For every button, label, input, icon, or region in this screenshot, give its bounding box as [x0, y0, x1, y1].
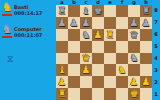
square-h6[interactable] [140, 29, 152, 41]
rank-label-5: 5 [152, 44, 160, 49]
player-clock-black: 000:11:07 [14, 32, 42, 38]
square-b2[interactable] [68, 76, 80, 88]
rank-label-2: 2 [152, 80, 160, 85]
square-g4[interactable]: ♞ [128, 53, 140, 65]
piece-black-N-c6: ♞ [82, 30, 91, 40]
square-e2[interactable] [104, 76, 116, 88]
square-g3[interactable] [128, 64, 140, 76]
piece-white-P-d6: ♟ [94, 30, 103, 40]
piece-black-P-c7: ♟ [82, 18, 91, 28]
square-g5[interactable] [128, 41, 140, 53]
square-a4[interactable] [56, 53, 68, 65]
square-d7[interactable] [92, 17, 104, 29]
square-c1[interactable] [80, 88, 92, 100]
square-e3[interactable] [104, 64, 116, 76]
square-a8[interactable]: ♜ [56, 5, 68, 17]
square-h1[interactable] [140, 88, 152, 100]
square-f1[interactable] [116, 88, 128, 100]
square-d5[interactable] [92, 41, 104, 53]
piece-black-K-d8: ♚ [94, 6, 103, 16]
piece-black-R-h8: ♜ [142, 6, 151, 16]
square-f6[interactable] [116, 29, 128, 41]
square-e6[interactable]: ♜ [104, 29, 116, 41]
piece-black-P-g7: ♟ [130, 18, 139, 28]
board[interactable]: ♜♝♚♜♟♟♟♟♟♞♟♜♛♛♞♝♟♞♟♟♟♜♚ [56, 5, 152, 100]
piece-black-P-b7: ♟ [70, 18, 79, 28]
square-b6[interactable] [68, 29, 80, 41]
square-f7[interactable] [116, 17, 128, 29]
square-e5[interactable] [104, 41, 116, 53]
square-f3[interactable]: ♞ [116, 64, 128, 76]
square-g2[interactable]: ♟ [128, 76, 140, 88]
square-f2[interactable] [116, 76, 128, 88]
square-a2[interactable]: ♟ [56, 76, 68, 88]
square-e7[interactable] [104, 17, 116, 29]
square-a1[interactable]: ♜ [56, 88, 68, 100]
square-g8[interactable] [128, 5, 140, 17]
square-b4[interactable] [68, 53, 80, 65]
square-e1[interactable] [104, 88, 116, 100]
square-d3[interactable] [92, 64, 104, 76]
rank-label-4: 4 [152, 56, 160, 61]
piece-white-P-h2: ♟ [142, 77, 151, 87]
square-h5[interactable] [140, 41, 152, 53]
rank-label-8: 8 [152, 8, 160, 13]
chess-game-screen: { "game": "chess", "position": { "fen": … [0, 0, 160, 100]
square-h7[interactable]: ♟ [140, 17, 152, 29]
square-c5[interactable] [80, 41, 92, 53]
rank-label-7: 7 [152, 20, 160, 25]
piece-black-P-a7: ♟ [58, 18, 67, 28]
rank-labels: 87654321 [152, 5, 160, 100]
square-c8[interactable]: ♝ [80, 5, 92, 17]
square-c3[interactable]: ♟ [80, 64, 92, 76]
square-c6[interactable]: ♞ [80, 29, 92, 41]
rank-label-1: 1 [152, 92, 160, 97]
rank-label-6: 6 [152, 32, 160, 37]
piece-black-Q-g6: ♛ [130, 30, 139, 40]
player-clock-white: 000:14:17 [14, 10, 42, 16]
piece-white-R-a1: ♜ [58, 89, 67, 99]
square-b8[interactable] [68, 5, 80, 17]
square-g7[interactable]: ♟ [128, 17, 140, 29]
square-a3[interactable]: ♝ [56, 64, 68, 76]
square-f8[interactable] [116, 5, 128, 17]
square-d8[interactable]: ♚ [92, 5, 104, 17]
hourglass-icon: ⧖ [7, 55, 13, 64]
square-g6[interactable]: ♛ [128, 29, 140, 41]
square-h2[interactable]: ♟ [140, 76, 152, 88]
piece-white-K-g1: ♚ [130, 89, 139, 99]
square-h3[interactable] [140, 64, 152, 76]
piece-white-B-a3: ♝ [58, 65, 67, 75]
piece-white-Q-c4: ♛ [82, 53, 91, 63]
square-b1[interactable] [68, 88, 80, 100]
player-panel-white: ♞ Basti 000:14:17 [1, 1, 42, 16]
square-f5[interactable] [116, 41, 128, 53]
piece-black-P-h7: ♟ [142, 18, 151, 28]
rank-label-3: 3 [152, 68, 160, 73]
square-c7[interactable]: ♟ [80, 17, 92, 29]
piece-black-N-g4: ♞ [130, 53, 139, 63]
piece-white-P-a2: ♟ [58, 77, 67, 87]
square-g1[interactable]: ♚ [128, 88, 140, 100]
square-c4[interactable]: ♛ [80, 53, 92, 65]
icon-base [2, 36, 12, 38]
square-b7[interactable]: ♟ [68, 17, 80, 29]
piece-white-N-f3: ♞ [118, 65, 127, 75]
square-d1[interactable] [92, 88, 104, 100]
square-c2[interactable] [80, 76, 92, 88]
piece-white-P-c3: ♟ [82, 65, 91, 75]
square-b5[interactable] [68, 41, 80, 53]
piece-black-R-a8: ♜ [58, 6, 67, 16]
piece-white-R-e6: ♜ [106, 30, 115, 40]
square-d2[interactable] [92, 76, 104, 88]
square-e4[interactable] [104, 53, 116, 65]
square-d4[interactable] [92, 53, 104, 65]
square-h4[interactable] [140, 53, 152, 65]
black-knight-icon: ♞ [1, 23, 13, 38]
square-a6[interactable] [56, 29, 68, 41]
icon-base [2, 14, 12, 16]
square-f4[interactable] [116, 53, 128, 65]
piece-white-P-g2: ♟ [130, 77, 139, 87]
square-b3[interactable] [68, 64, 80, 76]
square-e8[interactable] [104, 5, 116, 17]
square-a7[interactable]: ♟ [56, 17, 68, 29]
square-a5[interactable] [56, 41, 68, 53]
square-d6[interactable]: ♟ [92, 29, 104, 41]
square-h8[interactable]: ♜ [140, 5, 152, 17]
piece-black-B-c8: ♝ [82, 6, 91, 16]
player-panel-black: ♞ Computer 000:11:07 [1, 23, 42, 38]
white-knight-icon: ♞ [1, 1, 13, 16]
